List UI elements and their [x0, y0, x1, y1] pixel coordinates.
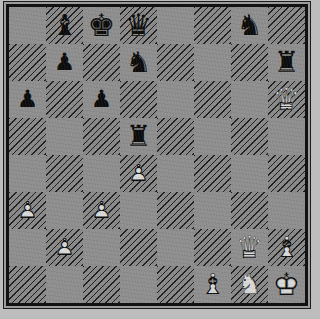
square-e6[interactable] [157, 81, 194, 118]
square-f5[interactable] [194, 118, 231, 155]
chess-board: ♝♚♛♞♟♞♜♟♟♛♕♜♟♙♟♙♟♙♟♙♛♕♝♗♝♗♞♘♚♔ [6, 4, 308, 306]
square-d4[interactable]: ♟♙ [120, 155, 157, 192]
square-f6[interactable] [194, 81, 231, 118]
square-g3[interactable] [231, 192, 268, 229]
piece-black-pawn: ♟ [46, 44, 83, 81]
square-g1[interactable]: ♞♘ [231, 266, 268, 303]
square-e7[interactable] [157, 44, 194, 81]
square-a5[interactable] [9, 118, 46, 155]
square-f7[interactable] [194, 44, 231, 81]
square-a3[interactable]: ♟♙ [9, 192, 46, 229]
square-g7[interactable] [231, 44, 268, 81]
square-a4[interactable] [9, 155, 46, 192]
square-b4[interactable] [46, 155, 83, 192]
piece-black-knight: ♞ [120, 44, 157, 81]
square-g4[interactable] [231, 155, 268, 192]
square-b6[interactable] [46, 81, 83, 118]
square-h3[interactable] [268, 192, 305, 229]
piece-black-knight: ♞ [231, 7, 268, 44]
square-g5[interactable] [231, 118, 268, 155]
piece-black-bishop: ♝ [46, 7, 83, 44]
piece-white-queen: ♛♕ [231, 229, 268, 266]
piece-white-queen: ♛♕ [268, 81, 305, 118]
square-b3[interactable] [46, 192, 83, 229]
square-b8[interactable]: ♝ [46, 7, 83, 44]
piece-black-pawn: ♟ [83, 81, 120, 118]
piece-white-bishop: ♝♗ [268, 229, 305, 266]
piece-white-king: ♚♔ [268, 266, 305, 303]
square-a7[interactable] [9, 44, 46, 81]
square-e2[interactable] [157, 229, 194, 266]
square-g6[interactable] [231, 81, 268, 118]
square-h8[interactable] [268, 7, 305, 44]
square-g2[interactable]: ♛♕ [231, 229, 268, 266]
square-h4[interactable] [268, 155, 305, 192]
square-a8[interactable] [9, 7, 46, 44]
square-d5[interactable]: ♜ [120, 118, 157, 155]
square-h5[interactable] [268, 118, 305, 155]
board-frame: ♝♚♛♞♟♞♜♟♟♛♕♜♟♙♟♙♟♙♟♙♛♕♝♗♝♗♞♘♚♔ [3, 1, 311, 309]
square-h6[interactable]: ♛♕ [268, 81, 305, 118]
square-h2[interactable]: ♝♗ [268, 229, 305, 266]
square-f8[interactable] [194, 7, 231, 44]
piece-white-pawn: ♟♙ [120, 155, 157, 192]
square-b1[interactable] [46, 266, 83, 303]
piece-white-pawn: ♟♙ [83, 192, 120, 229]
square-c2[interactable] [83, 229, 120, 266]
square-a6[interactable]: ♟ [9, 81, 46, 118]
square-d2[interactable] [120, 229, 157, 266]
square-b5[interactable] [46, 118, 83, 155]
square-e4[interactable] [157, 155, 194, 192]
square-c1[interactable] [83, 266, 120, 303]
square-f2[interactable] [194, 229, 231, 266]
square-c7[interactable] [83, 44, 120, 81]
square-a2[interactable] [9, 229, 46, 266]
square-h1[interactable]: ♚♔ [268, 266, 305, 303]
piece-black-rook: ♜ [120, 118, 157, 155]
square-c3[interactable]: ♟♙ [83, 192, 120, 229]
square-a1[interactable] [9, 266, 46, 303]
chess-diagram: ♝♚♛♞♟♞♜♟♟♛♕♜♟♙♟♙♟♙♟♙♛♕♝♗♝♗♞♘♚♔ [0, 0, 320, 319]
piece-white-pawn: ♟♙ [46, 229, 83, 266]
square-f1[interactable]: ♝♗ [194, 266, 231, 303]
square-c8[interactable]: ♚ [83, 7, 120, 44]
square-f3[interactable] [194, 192, 231, 229]
square-c6[interactable]: ♟ [83, 81, 120, 118]
square-d6[interactable] [120, 81, 157, 118]
square-b7[interactable]: ♟ [46, 44, 83, 81]
square-f4[interactable] [194, 155, 231, 192]
square-e5[interactable] [157, 118, 194, 155]
piece-black-pawn: ♟ [9, 81, 46, 118]
square-c5[interactable] [83, 118, 120, 155]
square-h7[interactable]: ♜ [268, 44, 305, 81]
square-d3[interactable] [120, 192, 157, 229]
square-d8[interactable]: ♛ [120, 7, 157, 44]
square-c4[interactable] [83, 155, 120, 192]
piece-black-queen: ♛ [120, 7, 157, 44]
piece-black-rook: ♜ [268, 44, 305, 81]
square-d1[interactable] [120, 266, 157, 303]
square-e3[interactable] [157, 192, 194, 229]
piece-black-king: ♚ [83, 7, 120, 44]
piece-white-bishop: ♝♗ [194, 266, 231, 303]
piece-white-knight: ♞♘ [231, 266, 268, 303]
square-e8[interactable] [157, 7, 194, 44]
square-e1[interactable] [157, 266, 194, 303]
piece-white-pawn: ♟♙ [9, 192, 46, 229]
square-g8[interactable]: ♞ [231, 7, 268, 44]
square-b2[interactable]: ♟♙ [46, 229, 83, 266]
square-d7[interactable]: ♞ [120, 44, 157, 81]
